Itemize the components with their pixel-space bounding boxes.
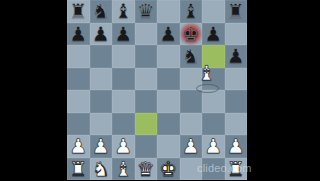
piece-white-rook[interactable]: ♜ — [69, 159, 87, 179]
square-d7[interactable] — [135, 23, 158, 46]
piece-black-pawn[interactable]: ♟ — [92, 24, 110, 44]
square-h3[interactable] — [225, 113, 248, 136]
square-a6[interactable] — [67, 45, 90, 68]
piece-black-pawn[interactable]: ♟ — [159, 24, 177, 44]
piece-white-king[interactable]: ♚ — [159, 159, 177, 179]
square-c2[interactable]: ♟ — [112, 135, 135, 158]
square-e4[interactable] — [157, 90, 180, 113]
square-d4[interactable] — [135, 90, 158, 113]
square-d5[interactable] — [135, 68, 158, 91]
square-h7[interactable] — [225, 23, 248, 46]
square-e1[interactable]: ♚ — [157, 158, 180, 181]
piece-white-knight[interactable]: ♞ — [92, 159, 110, 179]
square-g7[interactable]: ♟ — [202, 23, 225, 46]
square-a3[interactable] — [67, 113, 90, 136]
square-b8[interactable]: ♞ — [90, 0, 113, 23]
square-h6[interactable]: ♟ — [225, 45, 248, 68]
piece-black-pawn[interactable]: ♟ — [114, 24, 132, 44]
piece-white-pawn[interactable]: ♟ — [69, 136, 87, 156]
square-b3[interactable] — [90, 113, 113, 136]
square-b7[interactable]: ♟ — [90, 23, 113, 46]
square-b5[interactable] — [90, 68, 113, 91]
square-h2[interactable]: ♟ — [225, 135, 248, 158]
piece-black-king[interactable]: ♚ — [182, 24, 200, 44]
square-e8[interactable] — [157, 0, 180, 23]
square-a7[interactable]: ♟ — [67, 23, 90, 46]
square-c4[interactable] — [112, 90, 135, 113]
square-c6[interactable] — [112, 45, 135, 68]
moving-piece-shadow — [196, 84, 219, 93]
square-f4[interactable] — [180, 90, 203, 113]
square-f2[interactable]: ♟ — [180, 135, 203, 158]
square-e6[interactable] — [157, 45, 180, 68]
square-d8[interactable]: ♛ — [135, 0, 158, 23]
square-f8[interactable]: ♝ — [180, 0, 203, 23]
square-f3[interactable] — [180, 113, 203, 136]
square-b6[interactable] — [90, 45, 113, 68]
piece-white-bishop[interactable]: ♝ — [114, 159, 132, 179]
square-g4[interactable] — [202, 90, 225, 113]
square-e7[interactable]: ♟ — [157, 23, 180, 46]
square-e2[interactable] — [157, 135, 180, 158]
square-d3[interactable] — [135, 113, 158, 136]
watermark: clideo.com — [197, 162, 252, 174]
square-b1[interactable]: ♞ — [90, 158, 113, 181]
piece-black-pawn[interactable]: ♟ — [204, 24, 222, 44]
piece-white-pawn[interactable]: ♟ — [92, 136, 110, 156]
piece-black-knight[interactable]: ♞ — [92, 1, 110, 21]
square-d1[interactable]: ♛ — [135, 158, 158, 181]
square-c8[interactable]: ♝ — [112, 0, 135, 23]
piece-white-pawn[interactable]: ♟ — [227, 136, 245, 156]
square-f7[interactable]: ♚ — [180, 23, 203, 46]
square-g2[interactable]: ♟ — [202, 135, 225, 158]
letterbox-left — [0, 0, 67, 180]
piece-black-rook[interactable]: ♜ — [69, 1, 87, 21]
square-h8[interactable]: ♜ — [225, 0, 248, 23]
square-c7[interactable]: ♟ — [112, 23, 135, 46]
piece-black-bishop[interactable]: ♝ — [182, 1, 200, 21]
piece-black-bishop[interactable]: ♝ — [114, 1, 132, 21]
square-h4[interactable] — [225, 90, 248, 113]
piece-white-pawn[interactable]: ♟ — [182, 136, 200, 156]
square-h5[interactable] — [225, 68, 248, 91]
piece-white-queen[interactable]: ♛ — [137, 159, 155, 179]
square-e3[interactable] — [157, 113, 180, 136]
square-a2[interactable]: ♟ — [67, 135, 90, 158]
square-e5[interactable] — [157, 68, 180, 91]
square-c3[interactable] — [112, 113, 135, 136]
square-a1[interactable]: ♜ — [67, 158, 90, 181]
piece-black-pawn[interactable]: ♟ — [69, 24, 87, 44]
square-b2[interactable]: ♟ — [90, 135, 113, 158]
square-d6[interactable] — [135, 45, 158, 68]
moving-piece-white-bishop[interactable]: ♝ — [195, 61, 218, 84]
square-d2[interactable] — [135, 135, 158, 158]
square-b4[interactable] — [90, 90, 113, 113]
square-a8[interactable]: ♜ — [67, 0, 90, 23]
piece-black-rook[interactable]: ♜ — [227, 1, 245, 21]
piece-white-pawn[interactable]: ♟ — [204, 136, 222, 156]
square-c1[interactable]: ♝ — [112, 158, 135, 181]
piece-black-pawn[interactable]: ♟ — [227, 46, 245, 66]
letterbox-right — [247, 0, 320, 180]
piece-black-queen[interactable]: ♛ — [137, 1, 155, 21]
square-g3[interactable] — [202, 113, 225, 136]
square-a4[interactable] — [67, 90, 90, 113]
video-frame: ♜♞♝♛♝♜♟♟♟♟♚♟♞♟♟♟♟♟♟♟♜♞♝♛♚♜♝ clideo.com — [0, 0, 320, 180]
piece-white-pawn[interactable]: ♟ — [114, 136, 132, 156]
chess-board: ♜♞♝♛♝♜♟♟♟♟♚♟♞♟♟♟♟♟♟♟♜♞♝♛♚♜♝ — [67, 0, 247, 180]
square-a5[interactable] — [67, 68, 90, 91]
square-g8[interactable] — [202, 0, 225, 23]
square-c5[interactable] — [112, 68, 135, 91]
